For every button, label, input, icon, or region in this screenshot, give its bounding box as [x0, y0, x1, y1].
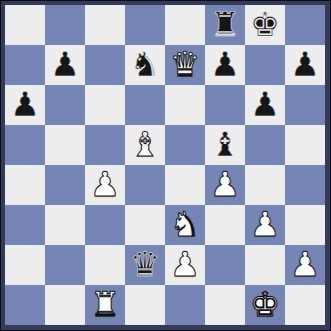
- square-b2[interactable]: [45, 245, 85, 285]
- square-d6[interactable]: [125, 85, 165, 125]
- white-rook-c1: ♜: [90, 285, 120, 324]
- square-g3[interactable]: ♟: [245, 205, 285, 245]
- square-a6[interactable]: ♟: [5, 85, 45, 125]
- square-e3[interactable]: ♞: [165, 205, 205, 245]
- square-g1[interactable]: ♚: [245, 285, 285, 325]
- white-bishop-d5: ♝: [130, 125, 160, 164]
- square-d2[interactable]: ♛: [125, 245, 165, 285]
- square-g2[interactable]: [245, 245, 285, 285]
- square-f7[interactable]: ♟: [205, 45, 245, 85]
- square-h8[interactable]: [285, 5, 325, 45]
- square-g4[interactable]: [245, 165, 285, 205]
- white-pawn-h2: ♟: [290, 245, 320, 284]
- square-f4[interactable]: ♟: [205, 165, 245, 205]
- black-pawn-a6: ♟: [10, 85, 40, 124]
- square-d8[interactable]: [125, 5, 165, 45]
- square-h2[interactable]: ♟: [285, 245, 325, 285]
- square-e2[interactable]: ♟: [165, 245, 205, 285]
- square-c8[interactable]: [85, 5, 125, 45]
- square-c3[interactable]: [85, 205, 125, 245]
- white-queen-e7: ♛: [170, 45, 200, 84]
- square-c6[interactable]: [85, 85, 125, 125]
- square-c7[interactable]: [85, 45, 125, 85]
- black-queen-d2: ♛: [130, 245, 160, 284]
- square-d1[interactable]: [125, 285, 165, 325]
- square-e7[interactable]: ♛: [165, 45, 205, 85]
- square-g7[interactable]: [245, 45, 285, 85]
- square-h1[interactable]: [285, 285, 325, 325]
- square-h7[interactable]: ♟: [285, 45, 325, 85]
- square-d4[interactable]: [125, 165, 165, 205]
- square-h4[interactable]: [285, 165, 325, 205]
- square-e4[interactable]: [165, 165, 205, 205]
- square-f5[interactable]: ♝: [205, 125, 245, 165]
- square-c2[interactable]: [85, 245, 125, 285]
- white-knight-e3: ♞: [170, 205, 200, 244]
- square-a8[interactable]: [5, 5, 45, 45]
- black-king-g8: ♚: [250, 5, 280, 44]
- square-g8[interactable]: ♚: [245, 5, 285, 45]
- square-f1[interactable]: [205, 285, 245, 325]
- chess-board: ♜♚♟♞♛♟♟♟♟♝♝♟♟♞♟♛♟♟♜♚: [5, 5, 325, 325]
- square-g5[interactable]: [245, 125, 285, 165]
- white-pawn-f4: ♟: [210, 165, 240, 204]
- square-e1[interactable]: [165, 285, 205, 325]
- square-c1[interactable]: ♜: [85, 285, 125, 325]
- square-b4[interactable]: [45, 165, 85, 205]
- square-c5[interactable]: [85, 125, 125, 165]
- square-a7[interactable]: [5, 45, 45, 85]
- square-a2[interactable]: [5, 245, 45, 285]
- square-a3[interactable]: [5, 205, 45, 245]
- square-h5[interactable]: [285, 125, 325, 165]
- square-b1[interactable]: [45, 285, 85, 325]
- square-a1[interactable]: [5, 285, 45, 325]
- square-d5[interactable]: ♝: [125, 125, 165, 165]
- square-f2[interactable]: [205, 245, 245, 285]
- white-pawn-e2: ♟: [170, 245, 200, 284]
- white-pawn-c4: ♟: [90, 165, 120, 204]
- white-king-g1: ♚: [250, 285, 280, 324]
- square-d7[interactable]: ♞: [125, 45, 165, 85]
- black-rook-f8: ♜: [210, 5, 240, 44]
- square-b3[interactable]: [45, 205, 85, 245]
- square-b5[interactable]: [45, 125, 85, 165]
- square-b8[interactable]: [45, 5, 85, 45]
- square-f6[interactable]: [205, 85, 245, 125]
- square-a5[interactable]: [5, 125, 45, 165]
- square-g6[interactable]: ♟: [245, 85, 285, 125]
- square-e6[interactable]: [165, 85, 205, 125]
- square-h3[interactable]: [285, 205, 325, 245]
- square-b6[interactable]: [45, 85, 85, 125]
- square-b7[interactable]: ♟: [45, 45, 85, 85]
- white-pawn-g3: ♟: [250, 205, 280, 244]
- black-pawn-h7: ♟: [290, 45, 320, 84]
- black-pawn-g6: ♟: [250, 85, 280, 124]
- chess-board-frame: ♜♚♟♞♛♟♟♟♟♝♝♟♟♞♟♛♟♟♜♚: [0, 0, 331, 331]
- black-pawn-f7: ♟: [210, 45, 240, 84]
- square-c4[interactable]: ♟: [85, 165, 125, 205]
- black-pawn-b7: ♟: [50, 45, 80, 84]
- square-e8[interactable]: [165, 5, 205, 45]
- square-d3[interactable]: [125, 205, 165, 245]
- square-e5[interactable]: [165, 125, 205, 165]
- square-f8[interactable]: ♜: [205, 5, 245, 45]
- black-knight-d7: ♞: [130, 45, 160, 84]
- black-bishop-f5: ♝: [210, 125, 240, 164]
- square-h6[interactable]: [285, 85, 325, 125]
- square-f3[interactable]: [205, 205, 245, 245]
- square-a4[interactable]: [5, 165, 45, 205]
